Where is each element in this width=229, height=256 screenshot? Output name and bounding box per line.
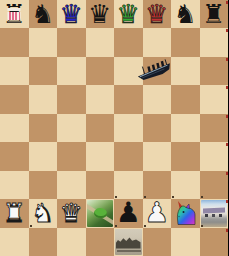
pink-stripes-overlay bbox=[8, 12, 21, 20]
piece-white-knight[interactable]: ♞ bbox=[29, 199, 58, 227]
piece-blue-queen[interactable]: ♛ bbox=[57, 0, 86, 28]
square-e5[interactable] bbox=[114, 114, 143, 142]
square-d6[interactable] bbox=[86, 85, 115, 113]
square-e8[interactable] bbox=[114, 28, 143, 56]
square-h1[interactable] bbox=[200, 228, 229, 256]
piece-black-knight[interactable]: ♞ bbox=[29, 0, 58, 28]
rank-tick-mark bbox=[226, 172, 228, 175]
rank-tick-mark bbox=[226, 200, 228, 203]
square-g1[interactable] bbox=[171, 228, 200, 256]
square-d5[interactable] bbox=[86, 114, 115, 142]
square-e4[interactable] bbox=[114, 142, 143, 170]
square-f3[interactable] bbox=[143, 171, 172, 199]
square-e3[interactable] bbox=[114, 171, 143, 199]
square-f4[interactable] bbox=[143, 142, 172, 170]
piece-black-knight[interactable]: ♞ bbox=[171, 0, 200, 28]
square-e1[interactable] bbox=[114, 228, 143, 256]
piece-titanic-ship-piece[interactable] bbox=[136, 60, 174, 85]
square-h2[interactable] bbox=[200, 199, 229, 227]
piece-white-rook[interactable]: ♜ bbox=[0, 199, 29, 227]
square-c6[interactable] bbox=[57, 85, 86, 113]
square-f7[interactable] bbox=[143, 57, 172, 85]
square-h6[interactable] bbox=[200, 85, 229, 113]
square-g6[interactable] bbox=[171, 85, 200, 113]
square-b9[interactable]: ♞ bbox=[29, 0, 58, 28]
square-a4[interactable] bbox=[0, 142, 29, 170]
piece-black-rook-pink-striped[interactable]: ♜ bbox=[0, 0, 29, 28]
square-b3[interactable] bbox=[29, 171, 58, 199]
piece-white-pawn[interactable]: ♟ bbox=[143, 199, 172, 227]
square-a3[interactable] bbox=[0, 171, 29, 199]
rank-tick-mark bbox=[226, 1, 228, 4]
chess-board: ♜♞♛♛♛♛♞♜♜♞♛♟♟ bbox=[0, 0, 228, 256]
square-c4[interactable] bbox=[57, 142, 86, 170]
square-g4[interactable] bbox=[171, 142, 200, 170]
rank-tick-mark bbox=[226, 229, 228, 232]
square-f1[interactable] bbox=[143, 228, 172, 256]
square-f5[interactable] bbox=[143, 114, 172, 142]
square-a5[interactable] bbox=[0, 114, 29, 142]
piece-green-queen[interactable]: ♛ bbox=[114, 0, 143, 28]
piece-black-queen[interactable]: ♛ bbox=[86, 0, 115, 28]
file-tick-mark bbox=[144, 225, 146, 227]
square-g8[interactable] bbox=[171, 28, 200, 56]
square-e9[interactable]: ♛ bbox=[114, 0, 143, 28]
piece-white-queen[interactable]: ♛ bbox=[57, 199, 86, 227]
square-b5[interactable] bbox=[29, 114, 58, 142]
file-tick-mark bbox=[172, 196, 174, 198]
square-g3[interactable] bbox=[171, 171, 200, 199]
square-d4[interactable] bbox=[86, 142, 115, 170]
square-g7[interactable] bbox=[171, 57, 200, 85]
piece-black-rook[interactable]: ♜ bbox=[200, 0, 229, 28]
square-a1[interactable] bbox=[0, 228, 29, 256]
square-g2[interactable] bbox=[171, 199, 200, 227]
piece-chameleon-photo-piece[interactable] bbox=[87, 200, 114, 226]
square-h8[interactable] bbox=[200, 28, 229, 56]
square-b7[interactable] bbox=[29, 57, 58, 85]
square-c2[interactable]: ♛ bbox=[57, 199, 86, 227]
piece-ruin-photo-piece[interactable] bbox=[115, 229, 142, 255]
square-f2[interactable]: ♟ bbox=[143, 199, 172, 227]
rank-tick-mark bbox=[226, 29, 228, 32]
square-b8[interactable] bbox=[29, 28, 58, 56]
piece-black-pawn[interactable]: ♟ bbox=[114, 199, 143, 227]
file-tick-mark bbox=[201, 225, 203, 227]
square-b2[interactable]: ♞ bbox=[29, 199, 58, 227]
square-a6[interactable] bbox=[0, 85, 29, 113]
file-tick-mark bbox=[115, 225, 117, 227]
square-c9[interactable]: ♛ bbox=[57, 0, 86, 28]
square-c1[interactable] bbox=[57, 228, 86, 256]
square-a8[interactable] bbox=[0, 28, 29, 56]
square-f6[interactable] bbox=[143, 85, 172, 113]
file-tick-mark bbox=[30, 225, 32, 227]
square-e2[interactable]: ♟ bbox=[114, 199, 143, 227]
rank-tick-mark bbox=[226, 143, 228, 146]
square-g9[interactable]: ♞ bbox=[171, 0, 200, 28]
square-c8[interactable] bbox=[57, 28, 86, 56]
rank-tick-mark bbox=[226, 58, 228, 61]
square-a9[interactable]: ♜ bbox=[0, 0, 29, 28]
piece-red-queen[interactable]: ♛ bbox=[143, 0, 172, 28]
square-d8[interactable] bbox=[86, 28, 115, 56]
rank-tick-mark bbox=[226, 115, 228, 118]
square-b6[interactable] bbox=[29, 85, 58, 113]
piece-street-photo-piece[interactable] bbox=[201, 200, 228, 226]
square-d1[interactable] bbox=[86, 228, 115, 256]
square-d9[interactable]: ♛ bbox=[86, 0, 115, 28]
square-b4[interactable] bbox=[29, 142, 58, 170]
square-d3[interactable] bbox=[86, 171, 115, 199]
square-h4[interactable] bbox=[200, 142, 229, 170]
square-h9[interactable]: ♜ bbox=[200, 0, 229, 28]
piece-rainbow-unicorn-piece[interactable] bbox=[172, 200, 198, 230]
square-h7[interactable] bbox=[200, 57, 229, 85]
square-b1[interactable] bbox=[29, 228, 58, 256]
file-tick-mark bbox=[144, 196, 146, 198]
square-e6[interactable] bbox=[114, 85, 143, 113]
file-tick-mark bbox=[115, 196, 117, 198]
square-g5[interactable] bbox=[171, 114, 200, 142]
square-c7[interactable] bbox=[57, 57, 86, 85]
square-h5[interactable] bbox=[200, 114, 229, 142]
square-d2[interactable] bbox=[86, 199, 115, 227]
square-f8[interactable] bbox=[143, 28, 172, 56]
square-d7[interactable] bbox=[86, 57, 115, 85]
rank-tick-mark bbox=[226, 86, 228, 89]
square-f9[interactable]: ♛ bbox=[143, 0, 172, 28]
file-tick-mark bbox=[201, 196, 203, 198]
square-h3[interactable] bbox=[200, 171, 229, 199]
square-a7[interactable] bbox=[0, 57, 29, 85]
square-c3[interactable] bbox=[57, 171, 86, 199]
square-a2[interactable]: ♜ bbox=[0, 199, 29, 227]
square-c5[interactable] bbox=[57, 114, 86, 142]
